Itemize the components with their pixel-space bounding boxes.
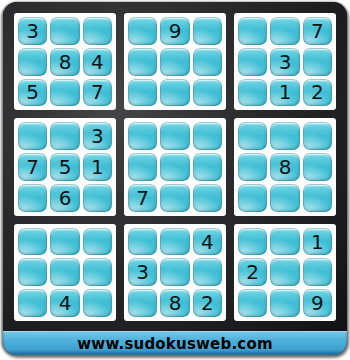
box-r1c1: 38457 <box>14 13 116 110</box>
cell-r6c8[interactable] <box>270 184 299 212</box>
cell-r6c5[interactable] <box>160 184 189 212</box>
cell-r5c3[interactable]: 1 <box>83 153 112 181</box>
box-r1c2: 9 <box>124 13 226 110</box>
cell-r8c5[interactable] <box>160 258 189 286</box>
cell-r1c8[interactable] <box>270 17 299 45</box>
cell-r2c1[interactable] <box>18 48 47 76</box>
cell-r3c8[interactable]: 1 <box>270 79 299 107</box>
cell-r2c4[interactable] <box>128 48 157 76</box>
cell-r6c1[interactable] <box>18 184 47 212</box>
cell-r1c9[interactable]: 7 <box>303 17 332 45</box>
site-url[interactable]: www.sudokusweb.com <box>77 335 272 353</box>
cell-r2c7[interactable] <box>238 48 267 76</box>
cell-r8c6[interactable] <box>193 258 222 286</box>
cell-r8c4[interactable]: 3 <box>128 258 157 286</box>
cell-r8c3[interactable] <box>83 258 112 286</box>
cell-r2c3[interactable]: 4 <box>83 48 112 76</box>
cell-r8c1[interactable] <box>18 258 47 286</box>
box-r1c3: 7312 <box>234 13 336 110</box>
cell-r5c7[interactable] <box>238 153 267 181</box>
cell-r7c9[interactable]: 1 <box>303 228 332 256</box>
cell-r9c4[interactable] <box>128 289 157 317</box>
cell-r4c1[interactable] <box>18 122 47 150</box>
cell-r6c3[interactable] <box>83 184 112 212</box>
cell-r2c5[interactable] <box>160 48 189 76</box>
cell-r9c2[interactable]: 4 <box>50 289 79 317</box>
cell-r4c3[interactable]: 3 <box>83 122 112 150</box>
cell-r8c2[interactable] <box>50 258 79 286</box>
cell-r3c4[interactable] <box>128 79 157 107</box>
cell-r3c7[interactable] <box>238 79 267 107</box>
cell-r2c6[interactable] <box>193 48 222 76</box>
cell-r9c6[interactable]: 2 <box>193 289 222 317</box>
cell-r8c8[interactable] <box>270 258 299 286</box>
cell-r7c2[interactable] <box>50 228 79 256</box>
box-r3c3: 129 <box>234 224 336 321</box>
cell-r3c5[interactable] <box>160 79 189 107</box>
cell-r2c9[interactable] <box>303 48 332 76</box>
cell-r4c4[interactable] <box>128 122 157 150</box>
cell-r2c2[interactable]: 8 <box>50 48 79 76</box>
cell-r4c5[interactable] <box>160 122 189 150</box>
cell-r9c3[interactable] <box>83 289 112 317</box>
cell-r3c1[interactable]: 5 <box>18 79 47 107</box>
cell-r6c4[interactable]: 7 <box>128 184 157 212</box>
box-r2c3: 8 <box>234 118 336 215</box>
cell-r5c8[interactable]: 8 <box>270 153 299 181</box>
cell-r4c2[interactable] <box>50 122 79 150</box>
cell-r1c1[interactable]: 3 <box>18 17 47 45</box>
cell-r7c5[interactable] <box>160 228 189 256</box>
footer-band: www.sudokusweb.com <box>3 331 347 355</box>
cell-r5c9[interactable] <box>303 153 332 181</box>
cell-r1c5[interactable]: 9 <box>160 17 189 45</box>
cell-r6c6[interactable] <box>193 184 222 212</box>
cell-r7c6[interactable]: 4 <box>193 228 222 256</box>
box-r3c2: 4382 <box>124 224 226 321</box>
cell-r5c6[interactable] <box>193 153 222 181</box>
cell-r6c2[interactable]: 6 <box>50 184 79 212</box>
cell-r7c7[interactable] <box>238 228 267 256</box>
cell-r9c8[interactable] <box>270 289 299 317</box>
cell-r6c7[interactable] <box>238 184 267 212</box>
cell-r1c7[interactable] <box>238 17 267 45</box>
box-r2c2: 7 <box>124 118 226 215</box>
cell-r1c2[interactable] <box>50 17 79 45</box>
box-r2c1: 37516 <box>14 118 116 215</box>
cell-r2c8[interactable]: 3 <box>270 48 299 76</box>
cell-r7c3[interactable] <box>83 228 112 256</box>
cell-r4c9[interactable] <box>303 122 332 150</box>
cell-r1c6[interactable] <box>193 17 222 45</box>
cell-r1c3[interactable] <box>83 17 112 45</box>
cell-r5c5[interactable] <box>160 153 189 181</box>
cell-r3c2[interactable] <box>50 79 79 107</box>
cell-r1c4[interactable] <box>128 17 157 45</box>
cell-r4c6[interactable] <box>193 122 222 150</box>
cell-r4c7[interactable] <box>238 122 267 150</box>
cell-r3c9[interactable]: 2 <box>303 79 332 107</box>
cell-r6c9[interactable] <box>303 184 332 212</box>
cell-r9c7[interactable] <box>238 289 267 317</box>
cell-r9c1[interactable] <box>18 289 47 317</box>
cell-r5c2[interactable]: 5 <box>50 153 79 181</box>
cell-r8c9[interactable] <box>303 258 332 286</box>
sudoku-card: 3845797312375167844382129 www.sudokusweb… <box>3 2 347 355</box>
cell-r9c5[interactable]: 8 <box>160 289 189 317</box>
cell-r3c3[interactable]: 7 <box>83 79 112 107</box>
cell-r7c1[interactable] <box>18 228 47 256</box>
sudoku-board: 3845797312375167844382129 <box>3 2 347 332</box>
cell-r5c1[interactable]: 7 <box>18 153 47 181</box>
cell-r8c7[interactable]: 2 <box>238 258 267 286</box>
cell-r4c8[interactable] <box>270 122 299 150</box>
cell-r9c9[interactable]: 9 <box>303 289 332 317</box>
cell-r7c8[interactable] <box>270 228 299 256</box>
box-r3c1: 4 <box>14 224 116 321</box>
cell-r5c4[interactable] <box>128 153 157 181</box>
cell-r7c4[interactable] <box>128 228 157 256</box>
cell-r3c6[interactable] <box>193 79 222 107</box>
